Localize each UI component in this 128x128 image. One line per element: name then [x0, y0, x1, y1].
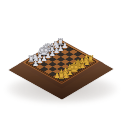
chess-set-product-photo: ♜♟♞♟♝♟♛♟♚♟♝♟♟♞♜♟♟♜♞♟♟♝♟♛♟♚♟♝♟♞♟♜ — [0, 0, 128, 128]
